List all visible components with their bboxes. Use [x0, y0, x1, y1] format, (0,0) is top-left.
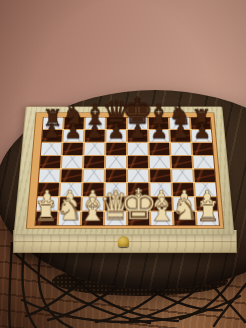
square-c7: ♟: [85, 130, 105, 142]
square-h5: [193, 156, 214, 168]
square-c4: [83, 169, 104, 182]
square-b7: ♟: [63, 130, 83, 142]
square-f7: ♟: [149, 130, 169, 142]
square-a6: [41, 143, 61, 155]
square-a5: [40, 156, 61, 168]
board-border: ♜♞♝♛♚♝♞♜♟♟♟♟♟♟♟♟♟♟♟♟♟♟♟♟♜♞♝♛♚♝♞♜: [26, 113, 225, 229]
square-h4: [194, 169, 215, 182]
square-e6: [128, 143, 148, 155]
square-a7: ♟: [42, 130, 62, 142]
square-a1: ♜: [36, 212, 58, 226]
square-g7: ♟: [170, 130, 190, 142]
square-f5: [150, 156, 170, 168]
square-g6: [171, 143, 191, 155]
board-frame: ♜♞♝♛♚♝♞♜♟♟♟♟♟♟♟♟♟♟♟♟♟♟♟♟♜♞♝♛♚♝♞♜: [14, 107, 235, 235]
piece-black-pawn: ♟: [172, 122, 190, 142]
square-h1: ♜: [197, 212, 219, 226]
square-d6: [106, 143, 126, 155]
piece-black-pawn: ♟: [107, 122, 125, 142]
square-e1: ♚: [128, 212, 149, 226]
square-d5: [106, 156, 126, 168]
chess-box: ♜♞♝♛♚♝♞♜♟♟♟♟♟♟♟♟♟♟♟♟♟♟♟♟♜♞♝♛♚♝♞♜: [20, 63, 228, 271]
square-f6: [149, 143, 169, 155]
square-c6: [84, 143, 104, 155]
square-b4: [61, 169, 82, 182]
piece-black-pawn: ♟: [64, 122, 82, 142]
piece-black-pawn: ♟: [193, 122, 211, 142]
piece-black-pawn: ♟: [150, 122, 168, 142]
chess-board-grid: ♜♞♝♛♚♝♞♜♟♟♟♟♟♟♟♟♟♟♟♟♟♟♟♟♜♞♝♛♚♝♞♜: [34, 117, 220, 226]
piece-black-pawn: ♟: [129, 122, 147, 142]
piece-white-knight: ♞: [171, 195, 198, 226]
piece-black-pawn: ♟: [43, 122, 61, 142]
square-c5: [84, 156, 104, 168]
piece-black-pawn: ♟: [86, 122, 104, 142]
square-d7: ♟: [106, 130, 126, 142]
square-g5: [172, 156, 193, 168]
square-e7: ♟: [128, 130, 148, 142]
square-b6: [63, 143, 83, 155]
square-b5: [62, 156, 82, 168]
square-e5: [128, 156, 148, 168]
square-g4: [172, 169, 193, 182]
square-f1: ♝: [151, 212, 172, 226]
square-a4: [39, 169, 60, 182]
piece-white-rook: ♜: [196, 198, 221, 225]
square-h7: ♟: [192, 130, 212, 142]
square-h6: [192, 143, 213, 155]
square-g1: ♞: [174, 212, 196, 226]
